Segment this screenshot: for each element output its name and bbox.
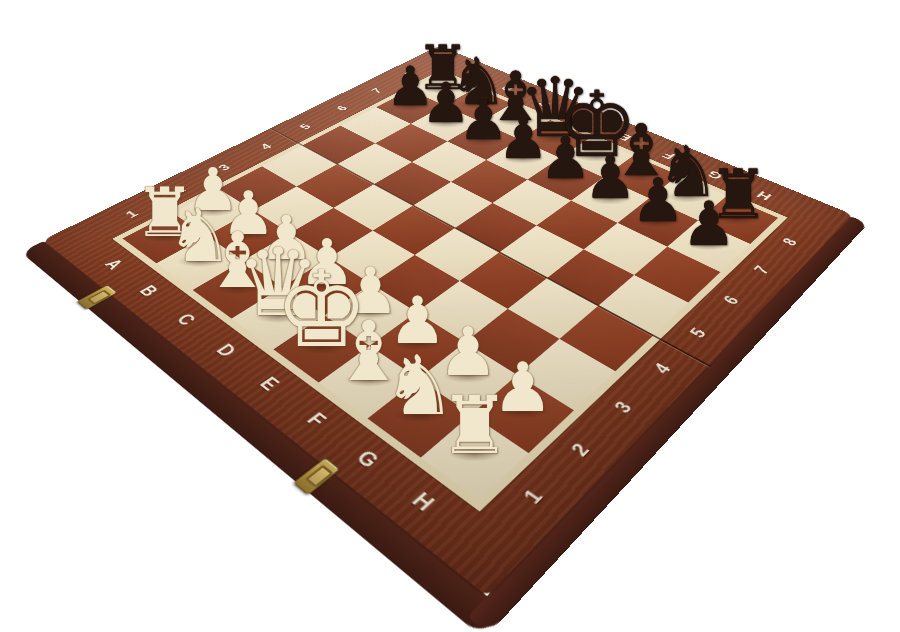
rank-label-left-5: 5 bbox=[297, 122, 315, 131]
rank-label-left-4: 4 bbox=[258, 142, 276, 152]
file-label-near-h: H bbox=[406, 488, 439, 516]
file-label-near-d: D bbox=[211, 341, 240, 361]
rank-label-right-6: 6 bbox=[719, 293, 744, 308]
piece-white-rook-h1[interactable]: ♜ bbox=[439, 387, 511, 467]
rank-label-right-3: 3 bbox=[610, 398, 638, 417]
rank-label-left-6: 6 bbox=[334, 104, 351, 113]
chess-set-photo: AABBCCDDEEFFGGHH1122334455667788 ♜♞♝♛♚♝♞… bbox=[0, 0, 900, 632]
file-label-near-e: E bbox=[255, 373, 284, 394]
piece-black-pawn-h7[interactable]: ♟ bbox=[682, 193, 737, 254]
piece-black-pawn-f7[interactable]: ♟ bbox=[584, 149, 637, 208]
rank-label-right-4: 4 bbox=[650, 360, 677, 378]
file-label-near-g: G bbox=[351, 446, 384, 472]
rank-label-right-7: 7 bbox=[750, 263, 774, 277]
file-label-near-b: B bbox=[135, 282, 163, 299]
piece-black-pawn-g7[interactable]: ♟ bbox=[631, 170, 685, 230]
rank-label-right-5: 5 bbox=[686, 325, 712, 341]
rank-label-left-7: 7 bbox=[369, 87, 386, 95]
file-label-near-a: A bbox=[100, 256, 127, 272]
rank-label-right-8: 8 bbox=[779, 236, 802, 249]
rank-label-right-1: 1 bbox=[519, 485, 549, 508]
file-label-near-f: F bbox=[302, 409, 331, 431]
rank-label-right-2: 2 bbox=[567, 440, 596, 461]
file-label-near-c: C bbox=[172, 310, 201, 329]
